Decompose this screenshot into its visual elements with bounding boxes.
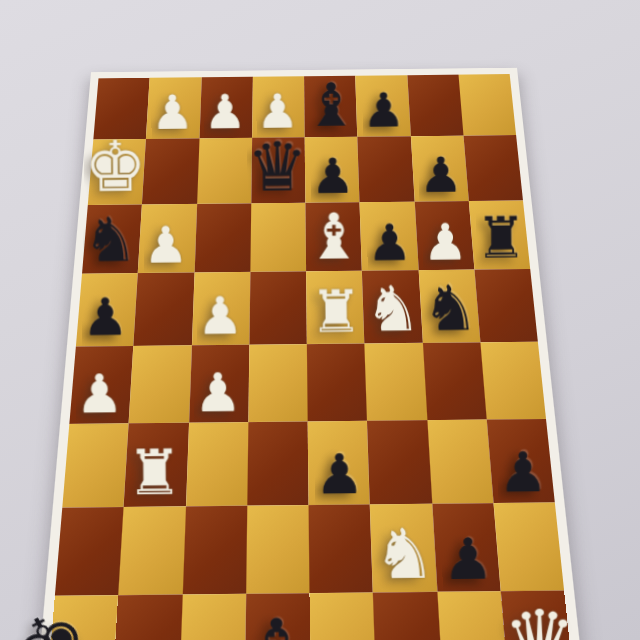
square-g8[interactable] — [407, 75, 463, 137]
square-e1[interactable] — [309, 592, 376, 640]
square-h5[interactable] — [474, 269, 538, 343]
square-f8[interactable]: ♟ — [355, 75, 410, 137]
white-queen-h1[interactable]: ♛ — [503, 599, 578, 640]
square-f3[interactable] — [367, 420, 431, 503]
white-pawn-c8[interactable]: ♟ — [204, 88, 247, 136]
square-c8[interactable]: ♟ — [199, 77, 253, 139]
square-b5[interactable] — [134, 272, 194, 346]
square-g6[interactable]: ♟ — [414, 201, 474, 270]
square-c2[interactable] — [182, 505, 247, 594]
white-knight-f5[interactable]: ♞ — [364, 277, 421, 341]
square-f4[interactable] — [365, 343, 427, 421]
square-g5[interactable]: ♞ — [418, 269, 480, 343]
black-bishop-e8[interactable]: ♝ — [304, 75, 358, 135]
black-king-a1[interactable]: ♚ — [0, 593, 105, 640]
square-e5[interactable]: ♜ — [306, 271, 365, 345]
square-b4[interactable] — [129, 345, 191, 423]
square-g4[interactable] — [422, 342, 486, 420]
black-pawn-e7[interactable]: ♟ — [310, 150, 354, 199]
white-pawn-b8[interactable]: ♟ — [151, 89, 194, 137]
square-h3[interactable]: ♟ — [486, 419, 554, 502]
square-h1[interactable]: ♛ — [500, 590, 574, 640]
black-pawn-a5[interactable]: ♟ — [81, 291, 128, 343]
square-e6[interactable]: ♝ — [305, 202, 362, 271]
square-a4[interactable]: ♟ — [69, 346, 133, 424]
white-pawn-c4[interactable]: ♟ — [194, 366, 242, 420]
black-queen-d7[interactable]: ♛ — [247, 132, 309, 200]
square-f7[interactable] — [358, 136, 415, 201]
white-pawn-b6[interactable]: ♟ — [143, 219, 189, 270]
square-d3[interactable] — [247, 422, 309, 505]
square-h4[interactable] — [480, 342, 546, 420]
white-pawn-g6[interactable]: ♟ — [423, 216, 469, 267]
square-b3[interactable]: ♜ — [124, 423, 189, 506]
square-d4[interactable] — [248, 344, 308, 422]
square-c5[interactable]: ♟ — [191, 272, 250, 346]
white-rook-b3[interactable]: ♜ — [126, 440, 183, 503]
white-pawn-a4[interactable]: ♟ — [75, 367, 123, 421]
square-a1[interactable]: ♚ — [47, 595, 119, 640]
square-b2[interactable] — [119, 506, 186, 595]
square-g1[interactable] — [437, 591, 508, 640]
square-f5[interactable]: ♞ — [362, 270, 422, 344]
square-h7[interactable] — [463, 135, 523, 200]
square-g2[interactable]: ♟ — [432, 503, 501, 592]
square-a5[interactable]: ♟ — [76, 273, 138, 347]
black-pawn-g7[interactable]: ♟ — [419, 149, 463, 198]
square-h6[interactable]: ♜ — [469, 200, 531, 269]
black-pawn-f8[interactable]: ♟ — [362, 87, 405, 135]
photo-background: ♟♟♟♝♟♚♛♟♟♞♟♝♟♟♜♟♟♜♞♞♟♟♜♟♟♞♟♚♝♛ — [0, 0, 640, 640]
square-a6[interactable]: ♞ — [82, 204, 142, 273]
black-pawn-g2[interactable]: ♟ — [442, 530, 494, 588]
square-c6[interactable] — [194, 203, 251, 272]
black-rook-h6[interactable]: ♜ — [476, 209, 527, 266]
square-d1[interactable]: ♝ — [245, 593, 311, 640]
square-f2[interactable]: ♞ — [370, 503, 437, 592]
square-h2[interactable] — [493, 502, 564, 591]
square-c7[interactable] — [197, 138, 252, 203]
black-pawn-e3[interactable]: ♟ — [314, 445, 364, 501]
square-a2[interactable] — [55, 506, 124, 595]
square-g3[interactable] — [427, 420, 493, 503]
white-pawn-c5[interactable]: ♟ — [197, 290, 244, 342]
square-d5[interactable] — [249, 271, 307, 345]
square-f6[interactable]: ♟ — [360, 201, 418, 270]
square-d2[interactable] — [246, 504, 310, 593]
square-g7[interactable]: ♟ — [410, 136, 468, 201]
square-d6[interactable] — [250, 202, 306, 271]
square-c1[interactable] — [179, 594, 246, 640]
square-e4[interactable] — [307, 343, 367, 421]
square-h8[interactable] — [458, 74, 516, 136]
square-e8[interactable]: ♝ — [304, 76, 357, 138]
white-bishop-e6[interactable]: ♝ — [305, 204, 362, 268]
square-a3[interactable] — [62, 424, 129, 507]
square-b7[interactable] — [142, 139, 199, 204]
black-pawn-h3[interactable]: ♟ — [498, 443, 548, 499]
black-knight-a6[interactable]: ♞ — [82, 209, 137, 271]
black-knight-g5[interactable]: ♞ — [422, 276, 479, 340]
square-b8[interactable]: ♟ — [146, 77, 201, 139]
square-a7[interactable]: ♚ — [88, 139, 146, 204]
square-f1[interactable] — [373, 592, 442, 640]
square-e2[interactable] — [309, 504, 374, 593]
chess-board: ♟♟♟♝♟♚♛♟♟♞♟♝♟♟♜♟♟♜♞♞♟♟♜♟♟♞♟♚♝♛ — [36, 68, 586, 640]
black-pawn-f6[interactable]: ♟ — [367, 217, 413, 268]
square-c4[interactable]: ♟ — [189, 345, 250, 423]
square-c3[interactable] — [185, 422, 248, 505]
square-e7[interactable]: ♟ — [305, 137, 360, 202]
white-king-a7[interactable]: ♚ — [83, 131, 146, 202]
square-b6[interactable]: ♟ — [138, 204, 197, 273]
square-e3[interactable]: ♟ — [308, 421, 370, 504]
square-d7[interactable]: ♛ — [251, 138, 305, 203]
white-knight-f2[interactable]: ♞ — [373, 518, 436, 588]
square-b1[interactable] — [113, 594, 182, 640]
white-rook-e5[interactable]: ♜ — [309, 282, 362, 341]
black-bishop-d1[interactable]: ♝ — [243, 609, 311, 640]
